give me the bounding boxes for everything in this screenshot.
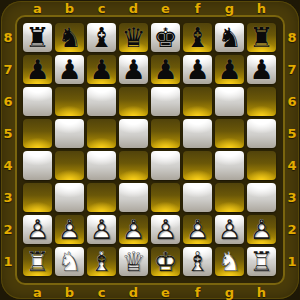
white-piece-outline-layer: ♙: [247, 215, 276, 244]
square-d8[interactable]: ♛: [119, 23, 148, 52]
file-label-h: h: [257, 2, 266, 15]
white-piece-outline-layer: ♙: [87, 215, 116, 244]
square-b7[interactable]: ♟: [55, 55, 84, 84]
square-a6[interactable]: [23, 87, 52, 116]
white-piece-outline-layer: ♖: [23, 247, 52, 276]
black-piece-glyph: ♟: [151, 55, 180, 84]
piece-black-pawn[interactable]: ♟: [87, 55, 116, 84]
file-label-g: g: [225, 2, 234, 15]
square-e1[interactable]: ♚♔: [151, 247, 180, 276]
black-piece-glyph: ♚: [151, 23, 180, 52]
piece-white-pawn[interactable]: ♟♙: [183, 215, 212, 244]
white-piece-outline-layer: ♙: [119, 215, 148, 244]
rank-label-3: 3: [287, 191, 296, 204]
file-label-c: c: [98, 286, 106, 299]
square-g5[interactable]: [215, 119, 244, 148]
square-g7[interactable]: ♟: [215, 55, 244, 84]
square-a7[interactable]: ♟: [23, 55, 52, 84]
piece-white-pawn[interactable]: ♟♙: [215, 215, 244, 244]
square-g4[interactable]: [215, 151, 244, 180]
rank-label-6: 6: [3, 95, 12, 108]
rank-labels-left: 87654321: [0, 23, 16, 276]
white-piece-outline-layer: ♙: [183, 215, 212, 244]
square-e6[interactable]: [151, 87, 180, 116]
file-label-c: c: [98, 2, 106, 15]
square-b1[interactable]: ♞♘: [55, 247, 84, 276]
square-f3[interactable]: [183, 183, 212, 212]
square-c6[interactable]: [87, 87, 116, 116]
square-h4[interactable]: [247, 151, 276, 180]
piece-black-rook[interactable]: ♜: [247, 23, 276, 52]
rank-label-6: 6: [287, 95, 296, 108]
black-piece-glyph: ♞: [55, 23, 84, 52]
white-piece-outline-layer: ♘: [55, 247, 84, 276]
white-piece-outline-layer: ♙: [23, 215, 52, 244]
piece-white-knight[interactable]: ♞♘: [215, 247, 244, 276]
square-a2[interactable]: ♟♙: [23, 215, 52, 244]
rank-label-1: 1: [287, 255, 296, 268]
square-h3[interactable]: [247, 183, 276, 212]
black-piece-glyph: ♟: [87, 55, 116, 84]
file-label-e: e: [161, 2, 170, 15]
file-label-f: f: [195, 2, 201, 15]
square-f8[interactable]: ♝: [183, 23, 212, 52]
square-f4[interactable]: [183, 151, 212, 180]
square-c5[interactable]: [87, 119, 116, 148]
square-e5[interactable]: [151, 119, 180, 148]
black-piece-glyph: ♟: [183, 55, 212, 84]
square-b6[interactable]: [55, 87, 84, 116]
square-c1[interactable]: ♝♗: [87, 247, 116, 276]
rank-label-5: 5: [3, 127, 12, 140]
square-a8[interactable]: ♜: [23, 23, 52, 52]
piece-white-knight[interactable]: ♞♘: [55, 247, 84, 276]
square-a3[interactable]: [23, 183, 52, 212]
square-b4[interactable]: [55, 151, 84, 180]
black-piece-glyph: ♝: [183, 23, 212, 52]
piece-black-pawn[interactable]: ♟: [247, 55, 276, 84]
piece-white-king[interactable]: ♚♔: [151, 247, 180, 276]
piece-black-pawn[interactable]: ♟: [183, 55, 212, 84]
square-h1[interactable]: ♜♖: [247, 247, 276, 276]
square-d5[interactable]: [119, 119, 148, 148]
square-c2[interactable]: ♟♙: [87, 215, 116, 244]
black-piece-glyph: ♜: [23, 23, 52, 52]
square-d7[interactable]: ♟: [119, 55, 148, 84]
piece-black-bishop[interactable]: ♝: [183, 23, 212, 52]
white-piece-outline-layer: ♙: [55, 215, 84, 244]
rank-label-1: 1: [3, 255, 12, 268]
square-a1[interactable]: ♜♖: [23, 247, 52, 276]
square-e7[interactable]: ♟: [151, 55, 180, 84]
file-labels-bottom: abcdefgh: [23, 284, 276, 300]
piece-white-bishop[interactable]: ♝♗: [87, 247, 116, 276]
black-piece-glyph: ♟: [215, 55, 244, 84]
file-label-b: b: [65, 286, 74, 299]
black-piece-glyph: ♟: [23, 55, 52, 84]
piece-black-pawn[interactable]: ♟: [215, 55, 244, 84]
chess-board-grid: ♜♞♝♛♚♝♞♜♟♟♟♟♟♟♟♟♟♙♟♙♟♙♟♙♟♙♟♙♟♙♟♙♜♖♞♘♝♗♛♕…: [23, 23, 276, 276]
file-label-e: e: [161, 286, 170, 299]
piece-white-pawn[interactable]: ♟♙: [23, 215, 52, 244]
white-piece-outline-layer: ♕: [119, 247, 148, 276]
white-piece-outline-layer: ♖: [247, 247, 276, 276]
rank-label-8: 8: [287, 31, 296, 44]
file-label-d: d: [129, 286, 138, 299]
square-e8[interactable]: ♚: [151, 23, 180, 52]
square-d3[interactable]: [119, 183, 148, 212]
square-c4[interactable]: [87, 151, 116, 180]
piece-black-pawn[interactable]: ♟: [23, 55, 52, 84]
file-label-h: h: [257, 286, 266, 299]
piece-white-pawn[interactable]: ♟♙: [119, 215, 148, 244]
white-piece-outline-layer: ♙: [215, 215, 244, 244]
square-d1[interactable]: ♛♕: [119, 247, 148, 276]
square-h5[interactable]: [247, 119, 276, 148]
rank-label-5: 5: [287, 127, 296, 140]
square-d6[interactable]: [119, 87, 148, 116]
square-c8[interactable]: ♝: [87, 23, 116, 52]
square-h7[interactable]: ♟: [247, 55, 276, 84]
square-g1[interactable]: ♞♘: [215, 247, 244, 276]
piece-white-pawn[interactable]: ♟♙: [151, 215, 180, 244]
piece-black-rook[interactable]: ♜: [23, 23, 52, 52]
black-piece-glyph: ♜: [247, 23, 276, 52]
square-a4[interactable]: [23, 151, 52, 180]
square-h6[interactable]: [247, 87, 276, 116]
rank-label-4: 4: [3, 159, 12, 172]
square-e2[interactable]: ♟♙: [151, 215, 180, 244]
square-d4[interactable]: [119, 151, 148, 180]
piece-white-rook[interactable]: ♜♖: [247, 247, 276, 276]
file-labels-top: abcdefgh: [23, 0, 276, 16]
square-b3[interactable]: [55, 183, 84, 212]
black-piece-glyph: ♟: [55, 55, 84, 84]
square-f1[interactable]: ♝♗: [183, 247, 212, 276]
piece-white-pawn[interactable]: ♟♙: [247, 215, 276, 244]
square-c7[interactable]: ♟: [87, 55, 116, 84]
piece-black-pawn[interactable]: ♟: [119, 55, 148, 84]
square-f6[interactable]: [183, 87, 212, 116]
chess-app: abcdefgh abcdefgh 87654321 87654321 ♜♞♝♛…: [0, 0, 300, 300]
black-piece-glyph: ♟: [247, 55, 276, 84]
rank-label-2: 2: [287, 223, 296, 236]
square-c3[interactable]: [87, 183, 116, 212]
square-f5[interactable]: [183, 119, 212, 148]
piece-black-bishop[interactable]: ♝: [87, 23, 116, 52]
square-e4[interactable]: [151, 151, 180, 180]
piece-white-queen[interactable]: ♛♕: [119, 247, 148, 276]
piece-black-knight[interactable]: ♞: [215, 23, 244, 52]
square-g8[interactable]: ♞: [215, 23, 244, 52]
piece-black-pawn[interactable]: ♟: [55, 55, 84, 84]
piece-black-knight[interactable]: ♞: [55, 23, 84, 52]
square-a5[interactable]: [23, 119, 52, 148]
square-h2[interactable]: ♟♙: [247, 215, 276, 244]
square-b2[interactable]: ♟♙: [55, 215, 84, 244]
file-label-a: a: [33, 286, 42, 299]
square-b8[interactable]: ♞: [55, 23, 84, 52]
piece-black-king[interactable]: ♚: [151, 23, 180, 52]
white-piece-outline-layer: ♔: [151, 247, 180, 276]
piece-black-queen[interactable]: ♛: [119, 23, 148, 52]
black-piece-glyph: ♛: [119, 23, 148, 52]
piece-black-pawn[interactable]: ♟: [151, 55, 180, 84]
square-e3[interactable]: [151, 183, 180, 212]
file-label-d: d: [129, 2, 138, 15]
square-g2[interactable]: ♟♙: [215, 215, 244, 244]
rank-label-3: 3: [3, 191, 12, 204]
rank-labels-right: 87654321: [284, 23, 300, 276]
file-label-f: f: [195, 286, 201, 299]
square-f2[interactable]: ♟♙: [183, 215, 212, 244]
piece-white-pawn[interactable]: ♟♙: [55, 215, 84, 244]
black-piece-glyph: ♞: [215, 23, 244, 52]
black-piece-glyph: ♟: [119, 55, 148, 84]
white-piece-outline-layer: ♗: [183, 247, 212, 276]
square-b5[interactable]: [55, 119, 84, 148]
rank-label-7: 7: [287, 63, 296, 76]
square-h8[interactable]: ♜: [247, 23, 276, 52]
square-g3[interactable]: [215, 183, 244, 212]
square-g6[interactable]: [215, 87, 244, 116]
file-label-b: b: [65, 2, 74, 15]
black-piece-glyph: ♝: [87, 23, 116, 52]
white-piece-outline-layer: ♗: [87, 247, 116, 276]
file-label-g: g: [225, 286, 234, 299]
white-piece-outline-layer: ♙: [151, 215, 180, 244]
white-piece-outline-layer: ♘: [215, 247, 244, 276]
square-d2[interactable]: ♟♙: [119, 215, 148, 244]
file-label-a: a: [33, 2, 42, 15]
rank-label-8: 8: [3, 31, 12, 44]
piece-white-bishop[interactable]: ♝♗: [183, 247, 212, 276]
square-f7[interactable]: ♟: [183, 55, 212, 84]
piece-white-rook[interactable]: ♜♖: [23, 247, 52, 276]
rank-label-7: 7: [3, 63, 12, 76]
rank-label-2: 2: [3, 223, 12, 236]
piece-white-pawn[interactable]: ♟♙: [87, 215, 116, 244]
rank-label-4: 4: [287, 159, 296, 172]
